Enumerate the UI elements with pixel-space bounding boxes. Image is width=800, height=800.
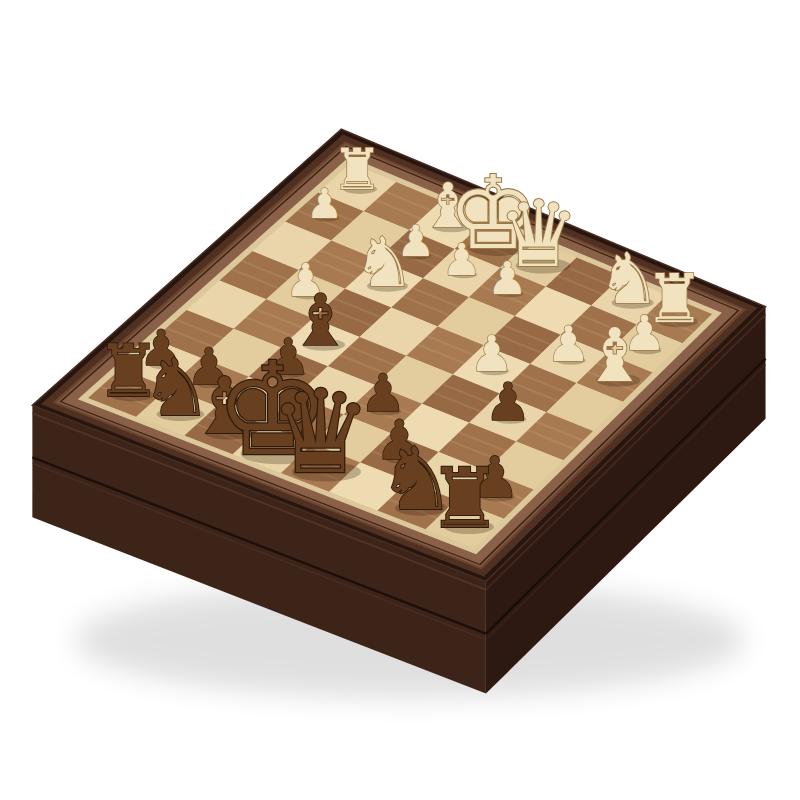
chess-set-photo: ♜♟♝♚♟♛♟♞♟♟♞♜♝♟♟♟♟♟♝♟♜♟♞♟♝♚♟♛♟♞♜ xyxy=(0,0,800,800)
piece-black-queen: ♛ xyxy=(269,365,372,499)
piece-white-pawn: ♟ xyxy=(306,180,343,228)
product-photo-canvas: ♜♟♝♚♟♛♟♞♟♟♞♜♝♟♟♟♟♟♝♟♜♟♞♟♝♚♟♛♟♞♜ xyxy=(0,0,800,800)
piece-white-knight: ♞ xyxy=(353,223,414,302)
piece-white-pawn: ♟ xyxy=(442,234,482,285)
piece-black-pawn: ♟ xyxy=(484,372,531,432)
piece-white-bishop: ♝ xyxy=(581,312,647,398)
piece-black-rook: ♜ xyxy=(428,450,502,547)
piece-white-pawn: ♟ xyxy=(487,252,528,305)
